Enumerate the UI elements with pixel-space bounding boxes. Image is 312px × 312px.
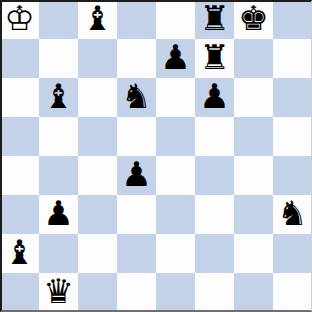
square-h2[interactable] — [273, 234, 312, 273]
square-a6[interactable] — [0, 78, 39, 117]
square-f4[interactable] — [195, 156, 234, 195]
square-a3[interactable] — [0, 195, 39, 234]
square-b3[interactable]: ♟ — [39, 195, 78, 234]
piece-black-bishop[interactable]: ♝ — [82, 0, 112, 38]
square-f5[interactable] — [195, 117, 234, 156]
square-c7[interactable] — [78, 39, 117, 78]
square-e4[interactable] — [156, 156, 195, 195]
square-b8[interactable] — [39, 0, 78, 39]
square-b5[interactable] — [39, 117, 78, 156]
square-c4[interactable] — [78, 156, 117, 195]
piece-black-rook[interactable]: ♜ — [199, 0, 229, 38]
square-d3[interactable] — [117, 195, 156, 234]
piece-black-knight[interactable]: ♞ — [277, 195, 307, 233]
piece-black-queen[interactable]: ♛ — [43, 273, 73, 311]
square-g5[interactable] — [234, 117, 273, 156]
square-b7[interactable] — [39, 39, 78, 78]
square-g4[interactable] — [234, 156, 273, 195]
square-g8[interactable]: ♚ — [234, 0, 273, 39]
square-g6[interactable] — [234, 78, 273, 117]
square-e6[interactable] — [156, 78, 195, 117]
piece-black-pawn[interactable]: ♟ — [121, 156, 151, 194]
piece-black-pawn[interactable]: ♟ — [160, 39, 190, 77]
piece-black-pawn[interactable]: ♟ — [199, 78, 229, 116]
square-a4[interactable] — [0, 156, 39, 195]
square-c1[interactable] — [78, 273, 117, 312]
square-d6[interactable]: ♞ — [117, 78, 156, 117]
square-e3[interactable] — [156, 195, 195, 234]
square-b1[interactable]: ♛ — [39, 273, 78, 312]
piece-black-king[interactable]: ♚ — [238, 0, 268, 38]
square-e5[interactable] — [156, 117, 195, 156]
square-c8[interactable]: ♝ — [78, 0, 117, 39]
square-d5[interactable] — [117, 117, 156, 156]
piece-black-bishop[interactable]: ♝ — [43, 78, 73, 116]
square-c3[interactable] — [78, 195, 117, 234]
square-a1[interactable] — [0, 273, 39, 312]
square-a7[interactable] — [0, 39, 39, 78]
square-g7[interactable] — [234, 39, 273, 78]
square-f3[interactable] — [195, 195, 234, 234]
square-d1[interactable] — [117, 273, 156, 312]
square-f7[interactable]: ♜ — [195, 39, 234, 78]
square-g2[interactable] — [234, 234, 273, 273]
square-e2[interactable] — [156, 234, 195, 273]
square-d7[interactable] — [117, 39, 156, 78]
square-f1[interactable] — [195, 273, 234, 312]
square-f2[interactable] — [195, 234, 234, 273]
square-f6[interactable]: ♟ — [195, 78, 234, 117]
square-a2[interactable]: ♝ — [0, 234, 39, 273]
square-c2[interactable] — [78, 234, 117, 273]
square-d8[interactable] — [117, 0, 156, 39]
piece-black-knight[interactable]: ♞ — [121, 78, 151, 116]
square-b2[interactable] — [39, 234, 78, 273]
square-e7[interactable]: ♟ — [156, 39, 195, 78]
square-a8[interactable]: ♔ — [0, 0, 39, 39]
square-g1[interactable] — [234, 273, 273, 312]
square-b6[interactable]: ♝ — [39, 78, 78, 117]
chess-board: ♔♝♜♚♟♜♝♞♟♟♟♞♝♛ — [0, 0, 312, 312]
square-h1[interactable] — [273, 273, 312, 312]
square-d4[interactable]: ♟ — [117, 156, 156, 195]
square-f8[interactable]: ♜ — [195, 0, 234, 39]
chess-board-frame: ♔♝♜♚♟♜♝♞♟♟♟♞♝♛ — [0, 0, 312, 312]
square-e8[interactable] — [156, 0, 195, 39]
piece-black-pawn[interactable]: ♟ — [43, 195, 73, 233]
square-h5[interactable] — [273, 117, 312, 156]
piece-black-rook[interactable]: ♜ — [199, 39, 229, 77]
piece-black-bishop[interactable]: ♝ — [4, 234, 34, 272]
square-c5[interactable] — [78, 117, 117, 156]
square-h4[interactable] — [273, 156, 312, 195]
square-g3[interactable] — [234, 195, 273, 234]
square-h7[interactable] — [273, 39, 312, 78]
square-c6[interactable] — [78, 78, 117, 117]
square-d2[interactable] — [117, 234, 156, 273]
square-h3[interactable]: ♞ — [273, 195, 312, 234]
piece-white-king[interactable]: ♔ — [4, 0, 34, 38]
square-a5[interactable] — [0, 117, 39, 156]
square-e1[interactable] — [156, 273, 195, 312]
square-h8[interactable] — [273, 0, 312, 39]
square-h6[interactable] — [273, 78, 312, 117]
square-b4[interactable] — [39, 156, 78, 195]
